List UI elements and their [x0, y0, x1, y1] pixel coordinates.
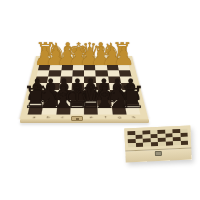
board-square: [120, 76, 133, 83]
folded-box-square: [128, 143, 136, 147]
board-square: [96, 83, 109, 90]
board-square: [59, 83, 72, 90]
board-square: [96, 76, 109, 83]
board-square: [60, 76, 73, 83]
product-photo: abcdefgh ♜♞♝♚♛♝♞♜♟♟♟♟♟♟♟♟♟♟♟♟♟♟♟♟♜♞♝♚♛♝♞…: [0, 0, 200, 200]
board-square: [84, 90, 97, 98]
board-square: [43, 98, 58, 106]
board-latch-icon: [71, 116, 83, 121]
board-square: [84, 98, 98, 106]
board-square: [42, 106, 57, 115]
board-square: [84, 83, 97, 90]
board-square: [98, 106, 113, 115]
board-near-edge: [20, 119, 149, 123]
folded-box-square: [143, 142, 151, 146]
folded-box-square: [150, 142, 158, 146]
board-square: [97, 98, 111, 106]
folded-box-square: [135, 143, 143, 147]
board-square: [58, 90, 72, 98]
board-square: [70, 98, 84, 106]
board-square: [125, 106, 141, 115]
board-square: [122, 90, 136, 98]
folded-box-clasp-icon: [155, 151, 162, 156]
board-square: [57, 98, 71, 106]
board-frame: abcdefgh: [20, 56, 149, 119]
board-grid: [28, 59, 141, 115]
folded-box-front: [125, 148, 191, 163]
folded-box-grid: [127, 129, 188, 148]
folded-box-square: [165, 141, 173, 145]
board-square: [123, 98, 138, 106]
board-square: [46, 83, 59, 90]
board-square: [84, 76, 96, 83]
board-square: [56, 106, 71, 115]
board-square: [45, 90, 59, 98]
board-square: [84, 106, 98, 115]
board-square: [97, 90, 111, 98]
folded-box-lid: [124, 126, 191, 151]
board-square: [47, 76, 60, 83]
board-square: [121, 83, 135, 90]
board-square: [71, 83, 84, 90]
folded-box-square: [173, 141, 181, 145]
board-square: [71, 90, 84, 98]
folded-board-box: [124, 126, 191, 163]
board-square: [72, 76, 84, 83]
board-square: [70, 106, 84, 115]
folded-box-square: [158, 142, 166, 146]
folded-box-square: [180, 141, 188, 145]
